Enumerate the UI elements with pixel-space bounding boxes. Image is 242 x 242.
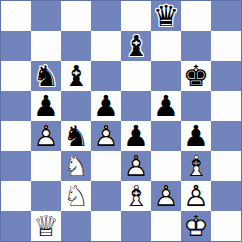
square-h2[interactable] (211, 181, 241, 211)
square-e8[interactable] (121, 1, 151, 31)
square-h6[interactable] (211, 61, 241, 91)
white-king-piece[interactable]: ♔ (181, 211, 211, 241)
black-knight-piece[interactable]: ♞ (31, 61, 61, 91)
square-a7[interactable] (1, 31, 31, 61)
white-knight-piece[interactable]: ♘ (61, 151, 91, 181)
square-g3[interactable]: ♝♗ (181, 151, 211, 181)
black-bishop-piece[interactable]: ♝ (121, 31, 151, 61)
square-a6[interactable] (1, 61, 31, 91)
square-g7[interactable] (181, 31, 211, 61)
square-c4[interactable]: ♞ (61, 121, 91, 151)
white-bishop-piece[interactable]: ♗ (181, 151, 211, 181)
white-pawn-piece[interactable]: ♙ (181, 181, 211, 211)
white-knight-piece[interactable]: ♘ (61, 181, 91, 211)
white-pawn-piece[interactable]: ♙ (91, 121, 121, 151)
square-b8[interactable] (31, 1, 61, 31)
square-g5[interactable] (181, 91, 211, 121)
square-c2[interactable]: ♞♘ (61, 181, 91, 211)
white-queen-piece[interactable]: ♕ (31, 211, 61, 241)
square-h7[interactable] (211, 31, 241, 61)
square-b2[interactable] (31, 181, 61, 211)
square-g2[interactable]: ♟♙ (181, 181, 211, 211)
square-f3[interactable] (151, 151, 181, 181)
square-c3[interactable]: ♞♘ (61, 151, 91, 181)
square-f1[interactable] (151, 211, 181, 241)
square-f4[interactable] (151, 121, 181, 151)
black-knight-piece[interactable]: ♞ (61, 121, 91, 151)
square-d8[interactable] (91, 1, 121, 31)
square-h5[interactable] (211, 91, 241, 121)
square-h1[interactable] (211, 211, 241, 241)
white-pawn-piece[interactable]: ♙ (151, 181, 181, 211)
square-h3[interactable] (211, 151, 241, 181)
square-f6[interactable] (151, 61, 181, 91)
square-d7[interactable] (91, 31, 121, 61)
square-h4[interactable] (211, 121, 241, 151)
square-h8[interactable] (211, 1, 241, 31)
square-a3[interactable] (1, 151, 31, 181)
square-d5[interactable]: ♟ (91, 91, 121, 121)
square-g8[interactable] (181, 1, 211, 31)
square-b5[interactable]: ♟ (31, 91, 61, 121)
square-d1[interactable] (91, 211, 121, 241)
square-a4[interactable] (1, 121, 31, 151)
square-c6[interactable]: ♝ (61, 61, 91, 91)
square-b7[interactable] (31, 31, 61, 61)
square-e6[interactable] (121, 61, 151, 91)
square-g6[interactable]: ♚ (181, 61, 211, 91)
black-bishop-piece[interactable]: ♝ (61, 61, 91, 91)
square-e5[interactable] (121, 91, 151, 121)
black-pawn-piece[interactable]: ♟ (151, 91, 181, 121)
square-a2[interactable] (1, 181, 31, 211)
square-d4[interactable]: ♟♙ (91, 121, 121, 151)
square-f5[interactable]: ♟ (151, 91, 181, 121)
square-d6[interactable] (91, 61, 121, 91)
black-pawn-piece[interactable]: ♟ (31, 91, 61, 121)
square-c8[interactable] (61, 1, 91, 31)
square-c1[interactable] (61, 211, 91, 241)
square-e3[interactable]: ♟♙ (121, 151, 151, 181)
square-g1[interactable]: ♚♔ (181, 211, 211, 241)
square-e7[interactable]: ♝ (121, 31, 151, 61)
square-b3[interactable] (31, 151, 61, 181)
square-f8[interactable]: ♛ (151, 1, 181, 31)
square-a8[interactable] (1, 1, 31, 31)
square-d3[interactable] (91, 151, 121, 181)
square-f7[interactable] (151, 31, 181, 61)
black-pawn-piece[interactable]: ♟ (91, 91, 121, 121)
white-pawn-piece[interactable]: ♙ (31, 121, 61, 151)
black-queen-piece[interactable]: ♛ (151, 1, 181, 31)
chess-board: ♛♝♞♝♚♟♟♟♟♙♞♟♙♟♟♞♘♟♙♝♗♞♘♝♗♟♙♟♙♛♕♚♔ (0, 0, 242, 242)
square-d2[interactable] (91, 181, 121, 211)
square-e4[interactable]: ♟ (121, 121, 151, 151)
square-b4[interactable]: ♟♙ (31, 121, 61, 151)
square-c7[interactable] (61, 31, 91, 61)
square-b6[interactable]: ♞ (31, 61, 61, 91)
black-king-piece[interactable]: ♚ (181, 61, 211, 91)
square-a1[interactable] (1, 211, 31, 241)
square-a5[interactable] (1, 91, 31, 121)
white-bishop-piece[interactable]: ♗ (121, 181, 151, 211)
square-e1[interactable] (121, 211, 151, 241)
black-pawn-piece[interactable]: ♟ (121, 121, 151, 151)
square-b1[interactable]: ♛♕ (31, 211, 61, 241)
square-c5[interactable] (61, 91, 91, 121)
square-g4[interactable]: ♟ (181, 121, 211, 151)
square-f2[interactable]: ♟♙ (151, 181, 181, 211)
black-pawn-piece[interactable]: ♟ (181, 121, 211, 151)
square-e2[interactable]: ♝♗ (121, 181, 151, 211)
white-pawn-piece[interactable]: ♙ (121, 151, 151, 181)
